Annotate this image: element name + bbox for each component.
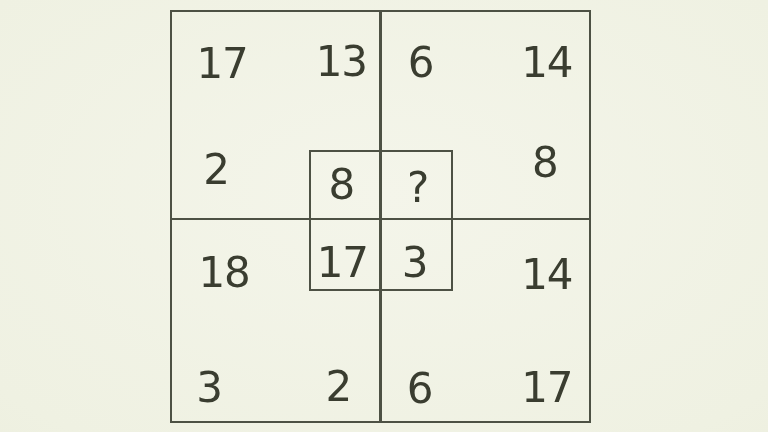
cell-r3c1: 18 bbox=[172, 222, 276, 324]
cell-r2c4: 8 bbox=[493, 112, 597, 214]
puzzle-board: 17 13 6 14 2 8 ? 8 18 17 3 14 3 2 6 17 bbox=[170, 10, 591, 423]
number-grid: 17 13 6 14 2 8 ? 8 18 17 3 14 3 2 6 17 bbox=[172, 12, 589, 421]
cell-r4c4: 17 bbox=[495, 337, 599, 432]
cell-r1c4: 14 bbox=[495, 12, 599, 114]
cell-r1c1: 17 bbox=[170, 13, 274, 115]
cell-r3c4: 14 bbox=[495, 224, 599, 326]
cell-r2c1: 2 bbox=[164, 119, 268, 221]
cell-r1c3: 6 bbox=[369, 12, 473, 114]
cell-r4c1: 3 bbox=[157, 337, 261, 432]
puzzle-image: 17 13 6 14 2 8 ? 8 18 17 3 14 3 2 6 17 bbox=[0, 0, 768, 432]
cell-r4c3: 6 bbox=[368, 338, 472, 432]
cell-r3c3: 3 bbox=[363, 212, 467, 314]
